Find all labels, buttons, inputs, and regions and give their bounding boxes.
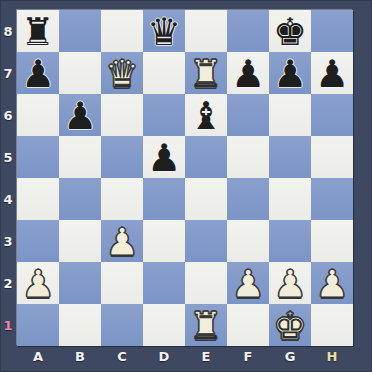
rank-label-4: 4 [0, 178, 16, 220]
square-a5[interactable] [17, 136, 59, 178]
square-d7[interactable] [143, 52, 185, 94]
square-b1[interactable] [59, 304, 101, 346]
square-c5[interactable] [101, 136, 143, 178]
square-d1[interactable] [143, 304, 185, 346]
piece-black-pawn[interactable]: ♟ [273, 55, 307, 93]
piece-black-pawn[interactable]: ♟ [231, 55, 265, 93]
square-b7[interactable] [59, 52, 101, 94]
square-f5[interactable] [227, 136, 269, 178]
square-d2[interactable] [143, 262, 185, 304]
square-h3[interactable] [311, 220, 353, 262]
square-a2[interactable]: ♟ [17, 262, 59, 304]
square-b2[interactable] [59, 262, 101, 304]
square-e1[interactable]: ♜ [185, 304, 227, 346]
square-h6[interactable] [311, 94, 353, 136]
square-g5[interactable] [269, 136, 311, 178]
square-b6[interactable]: ♟ [59, 94, 101, 136]
file-label-f: F [227, 347, 269, 365]
square-d8[interactable]: ♛ [143, 10, 185, 52]
square-e7[interactable]: ♜ [185, 52, 227, 94]
square-c7[interactable]: ♛ [101, 52, 143, 94]
square-c1[interactable] [101, 304, 143, 346]
rank-label-7: 7 [0, 52, 16, 94]
square-g2[interactable]: ♟ [269, 262, 311, 304]
square-g7[interactable]: ♟ [269, 52, 311, 94]
square-f4[interactable] [227, 178, 269, 220]
piece-white-queen[interactable]: ♛ [105, 55, 139, 93]
square-c6[interactable] [101, 94, 143, 136]
square-a3[interactable] [17, 220, 59, 262]
piece-white-rook[interactable]: ♜ [189, 55, 223, 93]
file-label-d: D [143, 347, 185, 365]
square-e6[interactable]: ♝ [185, 94, 227, 136]
piece-white-rook[interactable]: ♜ [189, 307, 223, 345]
file-label-c: C [101, 347, 143, 365]
piece-black-queen[interactable]: ♛ [147, 13, 181, 51]
rank-label-1: 1 [0, 304, 16, 346]
square-h4[interactable] [311, 178, 353, 220]
piece-white-pawn[interactable]: ♟ [315, 265, 349, 303]
square-b4[interactable] [59, 178, 101, 220]
file-label-a: A [17, 347, 59, 365]
square-f8[interactable] [227, 10, 269, 52]
square-h7[interactable]: ♟ [311, 52, 353, 94]
piece-black-king[interactable]: ♚ [273, 13, 307, 51]
rank-label-3: 3 [0, 220, 16, 262]
piece-black-pawn[interactable]: ♟ [63, 97, 97, 135]
square-a4[interactable] [17, 178, 59, 220]
board-frame: ♜♛♚♟♛♜♟♟♟♟♝♟♟♟♟♟♟♜♚ 87654321 ABCDEFGH [0, 0, 372, 372]
square-a1[interactable] [17, 304, 59, 346]
square-d5[interactable]: ♟ [143, 136, 185, 178]
piece-white-king[interactable]: ♚ [273, 307, 307, 345]
square-a7[interactable]: ♟ [17, 52, 59, 94]
chess-board: ♜♛♚♟♛♜♟♟♟♟♝♟♟♟♟♟♟♜♚ [17, 10, 353, 346]
square-a8[interactable]: ♜ [17, 10, 59, 52]
square-f3[interactable] [227, 220, 269, 262]
square-e4[interactable] [185, 178, 227, 220]
rank-label-8: 8 [0, 10, 16, 52]
rank-label-5: 5 [0, 136, 16, 178]
square-b8[interactable] [59, 10, 101, 52]
piece-black-rook[interactable]: ♜ [21, 13, 55, 51]
piece-black-bishop[interactable]: ♝ [189, 97, 223, 135]
square-a6[interactable] [17, 94, 59, 136]
piece-white-pawn[interactable]: ♟ [105, 223, 139, 261]
square-h8[interactable] [311, 10, 353, 52]
square-e8[interactable] [185, 10, 227, 52]
square-g1[interactable]: ♚ [269, 304, 311, 346]
square-f6[interactable] [227, 94, 269, 136]
square-c3[interactable]: ♟ [101, 220, 143, 262]
rank-label-2: 2 [0, 262, 16, 304]
square-b5[interactable] [59, 136, 101, 178]
square-f7[interactable]: ♟ [227, 52, 269, 94]
square-h2[interactable]: ♟ [311, 262, 353, 304]
square-f2[interactable]: ♟ [227, 262, 269, 304]
rank-label-6: 6 [0, 94, 16, 136]
square-e3[interactable] [185, 220, 227, 262]
file-label-b: B [59, 347, 101, 365]
square-e5[interactable] [185, 136, 227, 178]
square-h1[interactable] [311, 304, 353, 346]
square-h5[interactable] [311, 136, 353, 178]
square-e2[interactable] [185, 262, 227, 304]
square-d6[interactable] [143, 94, 185, 136]
file-label-e: E [185, 347, 227, 365]
piece-white-pawn[interactable]: ♟ [231, 265, 265, 303]
piece-white-pawn[interactable]: ♟ [273, 265, 307, 303]
square-b3[interactable] [59, 220, 101, 262]
file-label-h: H [311, 347, 353, 365]
piece-black-pawn[interactable]: ♟ [315, 55, 349, 93]
piece-white-pawn[interactable]: ♟ [21, 265, 55, 303]
square-d3[interactable] [143, 220, 185, 262]
square-g4[interactable] [269, 178, 311, 220]
square-c2[interactable] [101, 262, 143, 304]
square-c4[interactable] [101, 178, 143, 220]
square-g6[interactable] [269, 94, 311, 136]
square-f1[interactable] [227, 304, 269, 346]
file-label-g: G [269, 347, 311, 365]
square-d4[interactable] [143, 178, 185, 220]
piece-black-pawn[interactable]: ♟ [147, 139, 181, 177]
square-c8[interactable] [101, 10, 143, 52]
square-g8[interactable]: ♚ [269, 10, 311, 52]
piece-black-pawn[interactable]: ♟ [21, 55, 55, 93]
square-g3[interactable] [269, 220, 311, 262]
